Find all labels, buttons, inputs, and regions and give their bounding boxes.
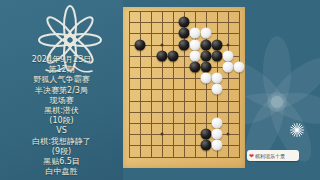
white-stone	[190, 39, 201, 50]
star-point	[161, 43, 164, 46]
info-line-9: 白棋:我想静静了	[0, 137, 123, 147]
black-stone	[212, 50, 223, 61]
info-panel: 2024年9月23日第12期野狐人气争霸赛半决赛第2/3局现场赛黑棋:潜伏(10…	[0, 0, 123, 180]
white-stone	[212, 118, 223, 129]
star-point	[227, 133, 230, 136]
black-stone	[201, 62, 212, 73]
black-stone	[212, 39, 223, 50]
info-line-8: VS	[0, 126, 123, 136]
white-stone	[212, 84, 223, 95]
grid-line-horizontal	[129, 112, 240, 113]
white-stone	[201, 73, 212, 84]
grid-line-horizontal	[129, 123, 240, 124]
black-stone	[179, 39, 190, 50]
info-line-4: 半决赛第2/3局	[0, 86, 123, 96]
black-stone	[190, 62, 201, 73]
info-line-12: 白中盘胜	[0, 167, 123, 177]
white-stone	[212, 129, 223, 140]
white-stone	[212, 73, 223, 84]
black-stone	[157, 50, 168, 61]
white-stone	[223, 50, 234, 61]
black-stone	[135, 39, 146, 50]
black-stone	[201, 39, 212, 50]
grid-line-horizontal	[129, 101, 240, 102]
info-line-1: 2024年9月23日	[0, 55, 123, 65]
info-line-6: 黑棋:潜伏	[0, 106, 123, 116]
grid-line-horizontal	[129, 89, 240, 90]
info-line-5: 现场赛	[0, 96, 123, 106]
white-stone	[223, 62, 234, 73]
go-board[interactable]	[123, 7, 245, 168]
info-line-2: 第12期	[0, 65, 123, 75]
grid-line-horizontal	[129, 157, 240, 158]
white-stone	[212, 140, 223, 151]
info-line-7: (10段)	[0, 116, 123, 126]
starburst-flower-icon	[289, 122, 305, 138]
star-point	[227, 43, 230, 46]
white-stone	[190, 50, 201, 61]
info-line-11: 黑贴6.5目	[0, 157, 123, 167]
right-decor-panel: ❤ 棋利谐乐十景	[245, 0, 320, 180]
info-line-3: 野狐人气争霸赛	[0, 75, 123, 85]
white-stone	[190, 28, 201, 39]
black-stone	[179, 28, 190, 39]
white-stone	[234, 62, 245, 73]
white-stone	[201, 28, 212, 39]
black-stone	[201, 129, 212, 140]
heart-icon: ❤	[249, 153, 254, 159]
grid-line-horizontal	[129, 134, 240, 135]
watermark-text: 棋利谐乐十景	[255, 153, 285, 159]
black-stone	[179, 17, 190, 28]
watermark-badge: ❤ 棋利谐乐十景	[247, 150, 299, 161]
grid-line-horizontal	[129, 11, 240, 12]
game-info-text: 2024年9月23日第12期野狐人气争霸赛半决赛第2/3局现场赛黑棋:潜伏(10…	[0, 55, 123, 177]
black-stone	[168, 50, 179, 61]
black-stone	[201, 50, 212, 61]
grid-line-horizontal	[129, 78, 240, 79]
info-line-10: (9段)	[0, 147, 123, 157]
grid-line-horizontal	[129, 145, 240, 146]
star-point	[161, 133, 164, 136]
black-stone	[201, 140, 212, 151]
